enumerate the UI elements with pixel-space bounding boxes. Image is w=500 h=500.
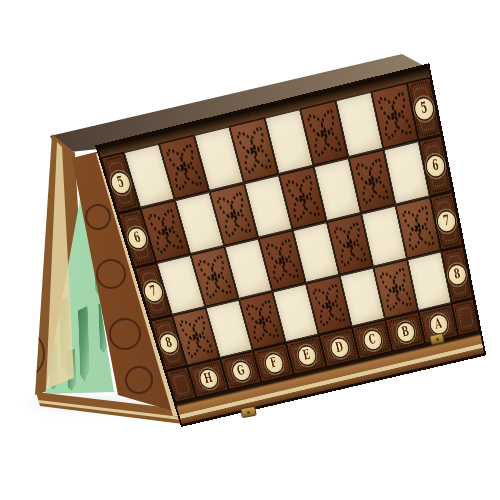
carved-circle-ornament [96, 259, 126, 289]
rank-label: 6 [424, 152, 447, 179]
file-label: B [394, 319, 416, 344]
rank-label: 5 [412, 95, 436, 123]
carved-circle-ornament [125, 366, 153, 394]
piece-storage-slot [78, 306, 91, 382]
rank-label: 7 [435, 208, 458, 234]
carved-arc-ornament [0, 255, 40, 319]
product-photo-folding-chess-set: 55667788HGFEDCBA [0, 0, 500, 500]
rank-label: 8 [446, 262, 468, 288]
carved-circle-ornament [109, 318, 141, 350]
brass-clasp [240, 406, 257, 418]
file-label: H [196, 366, 219, 390]
file-label: F [262, 351, 285, 375]
carved-arc-ornament [0, 179, 44, 235]
file-label: E [295, 343, 318, 368]
file-label: D [328, 335, 351, 360]
carved-circle-ornament [85, 204, 111, 230]
carved-arc-ornament [0, 327, 45, 381]
file-label: C [361, 327, 384, 352]
file-label: G [229, 358, 252, 382]
